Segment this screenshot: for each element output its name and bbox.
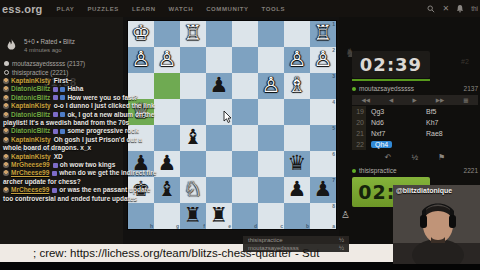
square-d6[interactable] <box>232 151 258 177</box>
square-d1[interactable] <box>232 21 258 47</box>
file-label: e <box>228 223 231 229</box>
chat-message: KaptainKistyFirst~ <box>3 77 158 85</box>
square-e8[interactable]: ♜e <box>206 203 232 229</box>
square-b3[interactable]: ♗ <box>284 73 310 99</box>
nav-last-button[interactable]: ▶▶ <box>436 97 444 103</box>
rank-label: 4 <box>332 99 335 105</box>
streamer-handle: @blitzdiatonique <box>396 187 452 194</box>
square-c8[interactable]: c <box>258 203 284 229</box>
chat-message: DiatonicBlitzsome progressive rock <box>3 127 158 135</box>
chat-badge-icon <box>53 87 58 92</box>
chat-username[interactable]: DiatonicBlitz <box>11 94 50 101</box>
resign-flag-button[interactable]: ⚑ <box>438 153 445 162</box>
piece-b-f5[interactable]: ♝ <box>180 125 206 151</box>
chat-message: MrCheese99or was the en passant update t… <box>3 186 158 203</box>
chat-text: oh wow two kings <box>60 161 116 168</box>
blitz-flame-icon <box>4 38 19 53</box>
search-icon[interactable] <box>427 5 435 13</box>
square-f2[interactable] <box>180 47 206 73</box>
piece-q-b6[interactable]: ♛ <box>284 151 310 177</box>
clock-time-bar <box>352 79 430 81</box>
square-f3[interactable] <box>180 73 206 99</box>
crosstable-row[interactable]: thisispractice½ <box>243 236 349 244</box>
piece-P-h2[interactable]: ♙ <box>128 47 154 73</box>
chat-message: DiatonicBlitzok, I got a new album on th… <box>3 111 158 128</box>
square-f1[interactable]: ♖ <box>180 21 206 47</box>
username-truncated[interactable]: thi <box>471 5 478 12</box>
square-c4[interactable] <box>258 99 284 125</box>
square-a8[interactable]: a8 <box>310 203 336 229</box>
chat-text: XD <box>54 153 63 160</box>
white-dot-icon <box>4 61 9 66</box>
rank-label: 7 <box>332 177 335 183</box>
nav-menu: PLAY PUZZLES LEARN WATCH COMMUNITY TOOLS <box>57 6 286 12</box>
avatar <box>3 112 9 118</box>
move-black[interactable]: Kh7 <box>424 119 478 126</box>
white-player-line[interactable]: moutazsayedsssss (2137) <box>4 60 85 67</box>
nav-prev-button[interactable]: ◀ <box>389 97 393 103</box>
file-label: f <box>203 223 205 229</box>
chat-username[interactable]: DiatonicBlitz <box>11 111 50 118</box>
move-number: 20 <box>352 117 366 128</box>
square-b7[interactable]: ♟ <box>284 177 310 203</box>
chat-text: o-o I dunno I just clicked the link <box>54 102 155 109</box>
chat-badge-icon <box>53 112 58 117</box>
chat-text: Haha <box>67 85 83 92</box>
streamer-silhouette <box>393 185 480 264</box>
chat-username[interactable]: KaptainKisty <box>11 102 51 109</box>
nav-community[interactable]: COMMUNITY <box>206 6 248 12</box>
move-row: 20Nd6Kh7 <box>352 117 478 128</box>
file-label: a <box>332 223 335 229</box>
chat-badge-icon <box>53 95 58 100</box>
close-icon[interactable]: ✕ <box>442 4 449 13</box>
lichess-logo[interactable]: ess.org <box>2 3 43 15</box>
avatar <box>3 95 9 101</box>
avatar <box>3 128 9 134</box>
square-a7[interactable]: ♟7 <box>310 177 336 203</box>
piece-r-f8[interactable]: ♜ <box>180 203 206 229</box>
chat-username[interactable]: DiatonicBlitz <box>11 85 50 92</box>
square-h8[interactable]: h <box>128 203 154 229</box>
square-c7[interactable] <box>258 177 284 203</box>
file-label: c <box>280 223 283 229</box>
square-c6[interactable] <box>258 151 284 177</box>
player-row-bottom[interactable]: thisispractice 2221 <box>352 166 478 175</box>
square-d4[interactable] <box>232 99 258 125</box>
nav-watch[interactable]: WATCH <box>169 6 194 12</box>
move-number: 21 <box>352 128 366 139</box>
square-c5[interactable] <box>258 125 284 151</box>
chat-badge-icon <box>52 171 57 176</box>
chat-message: KaptainKistyXD <box>3 153 158 161</box>
rank-label: 3 <box>332 73 335 79</box>
move-black[interactable]: Bf5 <box>424 108 478 115</box>
square-a5[interactable]: 5 <box>310 125 336 151</box>
nav-play[interactable]: PLAY <box>57 6 75 12</box>
rank-tag: #2 <box>461 58 469 65</box>
chat-username[interactable]: MrCheese99 <box>11 169 49 176</box>
file-label: g <box>176 223 179 229</box>
chat-text: some progressive rock <box>67 127 138 134</box>
square-f6[interactable] <box>180 151 206 177</box>
rank-label: 6 <box>332 151 335 157</box>
chat-message: KaptainKistyo-o I dunno I just clicked t… <box>3 102 158 110</box>
chat-badge-icon <box>60 112 65 117</box>
square-a2[interactable]: ♙2 <box>310 47 336 73</box>
avatar <box>3 78 9 84</box>
piece-P-c3[interactable]: ♙ <box>258 73 284 99</box>
move-nav-bar: ◀◀ ◀ ▶ ▶▶ ▦ <box>352 95 478 105</box>
piece-P-b2[interactable]: ♙ <box>284 47 310 73</box>
square-e1[interactable] <box>206 21 232 47</box>
square-e6[interactable] <box>206 151 232 177</box>
square-a6[interactable]: 6 <box>310 151 336 177</box>
player-row-top[interactable]: moutazsayedsssss 2137 <box>352 84 478 93</box>
move-black[interactable]: Rae8 <box>424 130 478 137</box>
square-c3[interactable]: ♙ <box>258 73 284 99</box>
chat-username[interactable]: KaptainKisty <box>11 153 51 160</box>
square-e3[interactable]: ♟ <box>206 73 232 99</box>
chat-message: KaptainKistyOh gosh I just Prison'd out … <box>3 136 158 153</box>
square-g1[interactable] <box>154 21 180 47</box>
square-b6[interactable]: ♛ <box>284 151 310 177</box>
chess-board[interactable]: ♔♖♖1♙♙♙♙2♟♙♗3♕4♝5♟♟♛6♚♝♘♟♟7hg♜f♜edcba8 <box>128 21 336 229</box>
chat-badge-icon <box>53 129 58 134</box>
chat-username[interactable]: DiatonicBlitz <box>11 127 50 134</box>
square-b8[interactable]: b <box>284 203 310 229</box>
takeback-button[interactable]: ↶ <box>385 153 392 162</box>
avatar <box>3 103 9 109</box>
piece-K-h1[interactable]: ♔ <box>128 21 154 47</box>
square-c1[interactable] <box>258 21 284 47</box>
square-f7[interactable]: ♘ <box>180 177 206 203</box>
avatar <box>3 86 9 92</box>
piece-B-b3[interactable]: ♗ <box>284 73 310 99</box>
top-navbar: ess.org PLAY PUZZLES LEARN WATCH COMMUNI… <box>0 0 480 17</box>
square-g8[interactable]: g <box>154 203 180 229</box>
chat-message: DiatonicBlitzHaha <box>3 85 158 93</box>
piece-N-f7[interactable]: ♘ <box>180 177 206 203</box>
clock-white: 02:39 <box>352 51 430 78</box>
square-e2[interactable] <box>206 47 232 73</box>
chat-message: MrGheese99oh wow two kings <box>3 161 158 169</box>
avatar <box>3 154 9 160</box>
square-d2[interactable] <box>232 47 258 73</box>
square-f4[interactable] <box>180 99 206 125</box>
nav-next-button[interactable]: ▶ <box>412 97 416 103</box>
square-c2[interactable] <box>258 47 284 73</box>
rank-label: 2 <box>332 47 335 53</box>
move-white[interactable]: Nd6 <box>366 119 424 126</box>
square-h1[interactable]: ♔ <box>128 21 154 47</box>
time-control-label: 5+0 • Rated • Blitz <box>24 38 75 45</box>
file-label: d <box>254 223 257 229</box>
chat-username[interactable]: KaptainKisty <box>11 77 51 84</box>
move-number: 22 <box>352 139 366 150</box>
chat-text: How were you so fast? <box>67 94 137 101</box>
square-d8[interactable]: d <box>232 203 258 229</box>
rank-label: 1 <box>332 21 335 27</box>
black-player-line[interactable]: thisispractice (2221) <box>4 69 68 76</box>
piece-p-e3[interactable]: ♟ <box>206 73 232 99</box>
rank-label: 8 <box>332 203 335 209</box>
lichess-stream-screen: ess.org PLAY PUZZLES LEARN WATCH COMMUNI… <box>0 0 480 270</box>
move-white[interactable]: Qg3 <box>366 108 424 115</box>
black-dot-icon <box>4 70 9 75</box>
chat-text: First~ <box>54 77 72 84</box>
chat-username[interactable]: KaptainKisty <box>11 136 51 143</box>
chat-badge-icon <box>53 163 58 168</box>
chat-messages: KaptainKistyFirst~DiatonicBlitzHahaDiato… <box>3 77 158 203</box>
rank-label: 5 <box>332 125 335 131</box>
chat-badge-icon <box>52 188 57 193</box>
game-age-label: 4 minutes ago <box>24 47 62 53</box>
move-white[interactable]: Qh4 <box>366 141 424 148</box>
square-d3[interactable] <box>232 73 258 99</box>
pawn-icon: ♙ <box>341 209 350 220</box>
mouse-cursor-icon <box>223 111 232 123</box>
move-white[interactable]: Nxf7 <box>366 130 424 137</box>
nav-first-button[interactable]: ◀◀ <box>362 97 370 103</box>
nav-learn[interactable]: LEARN <box>132 6 156 12</box>
move-row: 22Qh4 <box>352 139 478 150</box>
square-e5[interactable] <box>206 125 232 151</box>
move-number: 19 <box>352 106 366 117</box>
analysis-board-icon[interactable]: ▦ <box>463 97 468 103</box>
piece-P-g2[interactable]: ♙ <box>154 47 180 73</box>
piece-R-f1[interactable]: ♖ <box>180 21 206 47</box>
avatar <box>3 187 9 193</box>
square-b2[interactable]: ♙ <box>284 47 310 73</box>
nav-puzzles[interactable]: PUZZLES <box>87 6 119 12</box>
crosstable: thisispractice½ moutazsayedsssss½ <box>243 236 349 252</box>
bell-icon[interactable] <box>456 4 464 13</box>
square-a4[interactable]: 4 <box>310 99 336 125</box>
crosstable-row[interactable]: moutazsayedsssss½ <box>243 244 349 252</box>
move-list: 19Qg3Bf520Nd6Kh721Nxf7Rae822Qh4 <box>352 106 478 150</box>
chat-badge-icon <box>60 129 65 134</box>
chat-username[interactable]: MrCheese99 <box>11 186 49 193</box>
chat-badge-icon <box>60 87 65 92</box>
square-a3[interactable]: 3 <box>310 73 336 99</box>
square-e7[interactable] <box>206 177 232 203</box>
square-d5[interactable] <box>232 125 258 151</box>
square-b5[interactable] <box>284 125 310 151</box>
chat-message: MrCheese99when do we get the indirect fi… <box>3 169 158 186</box>
file-label: b <box>306 223 309 229</box>
avatar <box>3 170 9 176</box>
piece-p-b7[interactable]: ♟ <box>284 177 310 203</box>
move-row: 19Qg3Bf5 <box>352 106 478 117</box>
square-g2[interactable]: ♙ <box>154 47 180 73</box>
online-dot-icon <box>352 169 356 173</box>
move-row: 21Nxf7Rae8 <box>352 128 478 139</box>
square-h2[interactable]: ♙ <box>128 47 154 73</box>
square-b4[interactable] <box>284 99 310 125</box>
chat-message: DiatonicBlitzHow were you so fast? <box>3 94 158 102</box>
nav-tools[interactable]: TOOLS <box>262 6 286 12</box>
square-f5[interactable]: ♝ <box>180 125 206 151</box>
square-a1[interactable]: ♖1 <box>310 21 336 47</box>
square-b1[interactable] <box>284 21 310 47</box>
online-dot-icon <box>352 87 356 91</box>
square-f8[interactable]: ♜f <box>180 203 206 229</box>
chat-badge-icon <box>60 95 65 100</box>
chat-username[interactable]: MrGheese99 <box>11 161 50 168</box>
draw-offer-button[interactable]: ½ <box>411 153 418 162</box>
game-actions: ↶ ½ ⚑ <box>352 151 478 163</box>
square-d7[interactable] <box>232 177 258 203</box>
avatar <box>3 162 9 168</box>
webcam-overlay: @blitzdiatonique <box>393 185 480 264</box>
avatar <box>3 137 9 143</box>
file-label: h <box>150 223 153 229</box>
